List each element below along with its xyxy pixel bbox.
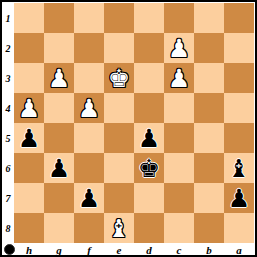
square-h4[interactable]: ♟ [14, 93, 44, 123]
square-g2[interactable] [44, 33, 74, 63]
square-g1[interactable] [44, 3, 74, 33]
rank-label-7: 7 [2, 183, 14, 213]
square-h6[interactable] [14, 153, 44, 183]
chess-board: ♟♟♚♟♟♟♟♟♟♚♝♟♟♝ [14, 3, 254, 243]
square-b8[interactable] [194, 213, 224, 243]
square-e7[interactable] [104, 183, 134, 213]
file-label-g: g [44, 244, 74, 256]
square-b7[interactable] [194, 183, 224, 213]
square-h5[interactable]: ♟ [14, 123, 44, 153]
square-e3[interactable]: ♚ [104, 63, 134, 93]
square-h8[interactable] [14, 213, 44, 243]
square-f8[interactable] [74, 213, 104, 243]
square-e1[interactable] [104, 3, 134, 33]
square-g4[interactable] [44, 93, 74, 123]
piece-black-pawn[interactable]: ♟ [228, 186, 250, 211]
file-label-d: d [134, 244, 164, 256]
square-c5[interactable] [164, 123, 194, 153]
square-a4[interactable] [224, 93, 254, 123]
square-c1[interactable] [164, 3, 194, 33]
square-e8[interactable]: ♝ [104, 213, 134, 243]
square-f2[interactable] [74, 33, 104, 63]
square-b3[interactable] [194, 63, 224, 93]
square-b4[interactable] [194, 93, 224, 123]
square-a5[interactable] [224, 123, 254, 153]
chess-diagram: 12345678 ♟♟♚♟♟♟♟♟♟♚♝♟♟♝ hgfedcba [0, 0, 257, 257]
square-a8[interactable] [224, 213, 254, 243]
square-d7[interactable] [134, 183, 164, 213]
square-b5[interactable] [194, 123, 224, 153]
piece-black-pawn[interactable]: ♟ [138, 126, 160, 151]
piece-black-pawn[interactable]: ♟ [78, 186, 100, 211]
piece-black-bishop[interactable]: ♝ [228, 156, 250, 181]
square-c7[interactable] [164, 183, 194, 213]
square-d2[interactable] [134, 33, 164, 63]
piece-white-pawn[interactable]: ♟ [78, 96, 100, 121]
piece-black-pawn[interactable]: ♟ [48, 156, 70, 181]
file-label-e: e [104, 244, 134, 256]
square-c4[interactable] [164, 93, 194, 123]
square-e2[interactable] [104, 33, 134, 63]
file-label-f: f [74, 244, 104, 256]
square-h3[interactable] [14, 63, 44, 93]
square-d4[interactable] [134, 93, 164, 123]
square-b2[interactable] [194, 33, 224, 63]
square-a6[interactable]: ♝ [224, 153, 254, 183]
square-c8[interactable] [164, 213, 194, 243]
square-a2[interactable] [224, 33, 254, 63]
square-f6[interactable] [74, 153, 104, 183]
rank-label-3: 3 [2, 63, 14, 93]
square-f1[interactable] [74, 3, 104, 33]
square-d1[interactable] [134, 3, 164, 33]
rank-labels: 12345678 [2, 3, 14, 243]
square-b6[interactable] [194, 153, 224, 183]
square-h1[interactable] [14, 3, 44, 33]
square-a7[interactable]: ♟ [224, 183, 254, 213]
square-c6[interactable] [164, 153, 194, 183]
square-g5[interactable] [44, 123, 74, 153]
rank-label-4: 4 [2, 93, 14, 123]
square-a1[interactable] [224, 3, 254, 33]
piece-white-pawn[interactable]: ♟ [48, 66, 70, 91]
rank-label-6: 6 [2, 153, 14, 183]
piece-white-pawn[interactable]: ♟ [18, 96, 40, 121]
square-d6[interactable]: ♚ [134, 153, 164, 183]
square-f7[interactable]: ♟ [74, 183, 104, 213]
square-f5[interactable] [74, 123, 104, 153]
square-b1[interactable] [194, 3, 224, 33]
rank-label-5: 5 [2, 123, 14, 153]
piece-white-bishop[interactable]: ♝ [108, 216, 130, 241]
rank-label-1: 1 [2, 3, 14, 33]
square-c3[interactable]: ♟ [164, 63, 194, 93]
piece-black-pawn[interactable]: ♟ [18, 126, 40, 151]
square-e4[interactable] [104, 93, 134, 123]
square-g8[interactable] [44, 213, 74, 243]
piece-black-king[interactable]: ♚ [138, 156, 160, 181]
square-c2[interactable]: ♟ [164, 33, 194, 63]
piece-white-king[interactable]: ♚ [108, 66, 130, 91]
square-e5[interactable] [104, 123, 134, 153]
square-g6[interactable]: ♟ [44, 153, 74, 183]
file-label-c: c [164, 244, 194, 256]
rank-label-8: 8 [2, 213, 14, 243]
bottom-strip: hgfedcba [2, 243, 254, 256]
square-g7[interactable] [44, 183, 74, 213]
square-d3[interactable] [134, 63, 164, 93]
square-g3[interactable]: ♟ [44, 63, 74, 93]
square-d5[interactable]: ♟ [134, 123, 164, 153]
square-f3[interactable] [74, 63, 104, 93]
square-h7[interactable] [14, 183, 44, 213]
piece-white-pawn[interactable]: ♟ [168, 36, 190, 61]
piece-white-pawn[interactable]: ♟ [168, 66, 190, 91]
square-d8[interactable] [134, 213, 164, 243]
square-a3[interactable] [224, 63, 254, 93]
rank-label-2: 2 [2, 33, 14, 63]
file-label-b: b [194, 244, 224, 256]
file-label-h: h [14, 244, 44, 256]
file-label-a: a [224, 244, 254, 256]
square-f4[interactable]: ♟ [74, 93, 104, 123]
square-e6[interactable] [104, 153, 134, 183]
square-h2[interactable] [14, 33, 44, 63]
move-indicator-cell [2, 244, 14, 255]
